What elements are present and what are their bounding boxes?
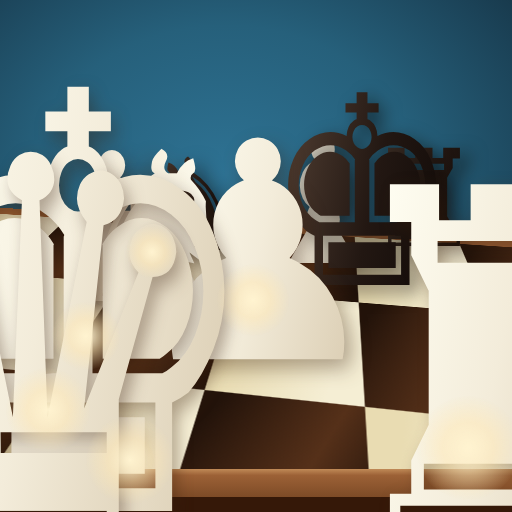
pieces-layer: ♜♞♝♚♝♞♟♚♛♜ <box>0 0 512 512</box>
chess-scene: ♜♞♝♚♝♞♟♚♛♜ <box>0 0 512 512</box>
piece-white-queen[interactable]: ♛ <box>0 90 224 512</box>
piece-white-rook[interactable]: ♜ <box>327 129 512 512</box>
